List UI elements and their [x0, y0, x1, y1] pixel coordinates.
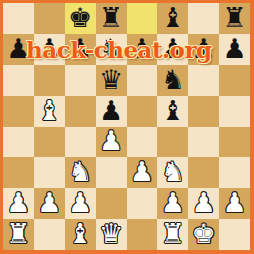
square-a6[interactable]	[3, 65, 34, 96]
square-g2[interactable]: ♟	[188, 188, 219, 219]
square-c1[interactable]: ♝	[65, 219, 96, 250]
square-e5[interactable]	[127, 96, 158, 127]
square-d8[interactable]: ♜	[96, 3, 127, 34]
piece-white-pawn[interactable]: ♟	[6, 189, 30, 216]
piece-white-pawn[interactable]: ♟	[99, 127, 123, 154]
piece-black-pawn[interactable]: ♟	[37, 35, 61, 62]
square-b4[interactable]	[34, 127, 65, 158]
square-b8[interactable]	[34, 3, 65, 34]
piece-white-rook[interactable]: ♜	[161, 220, 185, 247]
square-b6[interactable]	[34, 65, 65, 96]
square-a1[interactable]: ♜	[3, 219, 34, 250]
square-f1[interactable]: ♜	[157, 219, 188, 250]
piece-white-pawn[interactable]: ♟	[130, 158, 154, 185]
square-g5[interactable]	[188, 96, 219, 127]
piece-white-rook[interactable]: ♜	[6, 220, 30, 247]
square-b1[interactable]	[34, 219, 65, 250]
square-e2[interactable]	[127, 188, 158, 219]
square-h2[interactable]: ♟	[219, 188, 250, 219]
square-a5[interactable]	[3, 96, 34, 127]
square-h8[interactable]: ♜	[219, 3, 250, 34]
piece-black-rook[interactable]: ♜	[99, 4, 123, 31]
square-c2[interactable]: ♟	[65, 188, 96, 219]
chess-app-window: ♚♜♝♜♟♟♟♞♟♟♟♟♛♞♝♟♝♟♞♟♞♟♟♟♟♟♟♜♝♛♜♚ hack-ch…	[0, 0, 254, 254]
piece-white-pawn[interactable]: ♟	[68, 189, 92, 216]
square-d4[interactable]: ♟	[96, 127, 127, 158]
piece-white-bishop[interactable]: ♝	[68, 220, 92, 247]
square-f3[interactable]: ♞	[157, 157, 188, 188]
square-c4[interactable]	[65, 127, 96, 158]
square-h4[interactable]	[219, 127, 250, 158]
chess-board: ♚♜♝♜♟♟♟♞♟♟♟♟♛♞♝♟♝♟♞♟♞♟♟♟♟♟♟♜♝♛♜♚	[3, 3, 250, 250]
piece-white-knight[interactable]: ♞	[68, 158, 92, 185]
square-a7[interactable]: ♟	[3, 34, 34, 65]
square-g7[interactable]: ♟	[188, 34, 219, 65]
piece-black-bishop[interactable]: ♝	[161, 97, 185, 124]
piece-black-knight[interactable]: ♞	[99, 35, 123, 62]
piece-white-pawn[interactable]: ♟	[222, 189, 246, 216]
piece-black-pawn[interactable]: ♟	[68, 35, 92, 62]
piece-black-bishop[interactable]: ♝	[161, 4, 185, 31]
square-f7[interactable]: ♟	[157, 34, 188, 65]
square-f5[interactable]: ♝	[157, 96, 188, 127]
square-d3[interactable]	[96, 157, 127, 188]
piece-white-queen[interactable]: ♛	[99, 220, 123, 247]
square-g4[interactable]	[188, 127, 219, 158]
square-c8[interactable]: ♚	[65, 3, 96, 34]
square-e4[interactable]	[127, 127, 158, 158]
piece-black-pawn[interactable]: ♟	[130, 35, 154, 62]
square-a3[interactable]	[3, 157, 34, 188]
square-d1[interactable]: ♛	[96, 219, 127, 250]
piece-black-queen[interactable]: ♛	[99, 66, 123, 93]
piece-black-pawn[interactable]: ♟	[99, 97, 123, 124]
square-b2[interactable]: ♟	[34, 188, 65, 219]
square-h5[interactable]	[219, 96, 250, 127]
piece-white-knight[interactable]: ♞	[161, 158, 185, 185]
square-e8[interactable]	[127, 3, 158, 34]
square-g3[interactable]	[188, 157, 219, 188]
square-b5[interactable]: ♝	[34, 96, 65, 127]
square-f4[interactable]	[157, 127, 188, 158]
square-e7[interactable]: ♟	[127, 34, 158, 65]
square-c3[interactable]: ♞	[65, 157, 96, 188]
square-g1[interactable]: ♚	[188, 219, 219, 250]
square-d5[interactable]: ♟	[96, 96, 127, 127]
square-d7[interactable]: ♞	[96, 34, 127, 65]
square-h1[interactable]	[219, 219, 250, 250]
square-h7[interactable]: ♟	[219, 34, 250, 65]
piece-black-rook[interactable]: ♜	[222, 4, 246, 31]
square-d2[interactable]	[96, 188, 127, 219]
square-a2[interactable]: ♟	[3, 188, 34, 219]
piece-black-knight[interactable]: ♞	[161, 66, 185, 93]
piece-white-pawn[interactable]: ♟	[192, 189, 216, 216]
piece-black-pawn[interactable]: ♟	[222, 35, 246, 62]
square-b3[interactable]	[34, 157, 65, 188]
square-g6[interactable]	[188, 65, 219, 96]
square-b7[interactable]: ♟	[34, 34, 65, 65]
piece-white-pawn[interactable]: ♟	[161, 189, 185, 216]
piece-black-pawn[interactable]: ♟	[6, 35, 30, 62]
square-c5[interactable]	[65, 96, 96, 127]
piece-white-pawn[interactable]: ♟	[37, 189, 61, 216]
piece-black-pawn[interactable]: ♟	[161, 35, 185, 62]
square-e3[interactable]: ♟	[127, 157, 158, 188]
square-e1[interactable]	[127, 219, 158, 250]
piece-white-bishop[interactable]: ♝	[37, 97, 61, 124]
square-e6[interactable]	[127, 65, 158, 96]
square-f2[interactable]: ♟	[157, 188, 188, 219]
square-a4[interactable]	[3, 127, 34, 158]
square-f8[interactable]: ♝	[157, 3, 188, 34]
square-d6[interactable]: ♛	[96, 65, 127, 96]
square-h3[interactable]	[219, 157, 250, 188]
piece-black-pawn[interactable]: ♟	[192, 35, 216, 62]
square-f6[interactable]: ♞	[157, 65, 188, 96]
piece-white-king[interactable]: ♚	[192, 220, 216, 247]
square-a8[interactable]	[3, 3, 34, 34]
square-c6[interactable]	[65, 65, 96, 96]
piece-black-king[interactable]: ♚	[68, 4, 92, 31]
square-g8[interactable]	[188, 3, 219, 34]
square-c7[interactable]: ♟	[65, 34, 96, 65]
square-h6[interactable]	[219, 65, 250, 96]
